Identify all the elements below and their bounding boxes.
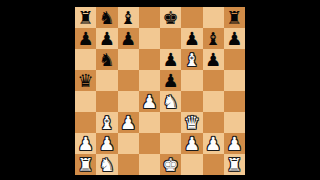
square-h4[interactable]	[224, 91, 245, 112]
square-b5[interactable]	[96, 70, 117, 91]
chess-board: ♜♞♝♚♜♟♟♟♟♝♟♞♟♝♟♛♟♟♞♝♟♛♟♟♟♟♟♜♞♚♜	[75, 7, 245, 175]
piece-black-pawn[interactable]: ♟	[120, 29, 136, 47]
square-h2[interactable]: ♟	[224, 133, 245, 154]
square-d2[interactable]	[139, 133, 160, 154]
piece-white-knight[interactable]: ♞	[99, 155, 115, 173]
square-b3[interactable]: ♝	[96, 112, 117, 133]
square-f8[interactable]	[181, 7, 202, 28]
square-a4[interactable]	[75, 91, 96, 112]
square-h7[interactable]: ♟	[224, 28, 245, 49]
piece-black-queen[interactable]: ♛	[78, 71, 94, 89]
piece-white-bishop[interactable]: ♝	[99, 113, 115, 131]
piece-black-pawn[interactable]: ♟	[99, 29, 115, 47]
square-d5[interactable]	[139, 70, 160, 91]
square-c8[interactable]: ♝	[118, 7, 139, 28]
piece-black-pawn[interactable]: ♟	[78, 29, 94, 47]
square-a3[interactable]	[75, 112, 96, 133]
square-e2[interactable]	[160, 133, 181, 154]
square-d3[interactable]	[139, 112, 160, 133]
piece-black-pawn[interactable]: ♟	[163, 50, 179, 68]
piece-black-rook[interactable]: ♜	[226, 8, 242, 26]
square-h1[interactable]: ♜	[224, 154, 245, 175]
piece-black-pawn[interactable]: ♟	[184, 29, 200, 47]
square-g1[interactable]	[203, 154, 224, 175]
square-f5[interactable]	[181, 70, 202, 91]
square-e3[interactable]	[160, 112, 181, 133]
piece-white-rook[interactable]: ♜	[226, 155, 242, 173]
square-c6[interactable]	[118, 49, 139, 70]
square-b6[interactable]: ♞	[96, 49, 117, 70]
square-g2[interactable]: ♟	[203, 133, 224, 154]
square-h8[interactable]: ♜	[224, 7, 245, 28]
square-f3[interactable]: ♛	[181, 112, 202, 133]
square-h5[interactable]	[224, 70, 245, 91]
square-a7[interactable]: ♟	[75, 28, 96, 49]
square-d7[interactable]	[139, 28, 160, 49]
square-f1[interactable]	[181, 154, 202, 175]
piece-white-bishop[interactable]: ♝	[184, 50, 200, 68]
chess-diagram: ♜♞♝♚♜♟♟♟♟♝♟♞♟♝♟♛♟♟♞♝♟♛♟♟♟♟♟♜♞♚♜	[0, 0, 320, 180]
piece-black-bishop[interactable]: ♝	[205, 29, 221, 47]
square-f4[interactable]	[181, 91, 202, 112]
square-e7[interactable]	[160, 28, 181, 49]
square-h6[interactable]	[224, 49, 245, 70]
piece-white-pawn[interactable]: ♟	[78, 134, 94, 152]
square-b2[interactable]: ♟	[96, 133, 117, 154]
square-e8[interactable]: ♚	[160, 7, 181, 28]
square-a1[interactable]: ♜	[75, 154, 96, 175]
square-e6[interactable]: ♟	[160, 49, 181, 70]
piece-black-king[interactable]: ♚	[163, 8, 179, 26]
square-b4[interactable]	[96, 91, 117, 112]
square-a2[interactable]: ♟	[75, 133, 96, 154]
square-a5[interactable]: ♛	[75, 70, 96, 91]
square-b1[interactable]: ♞	[96, 154, 117, 175]
square-c7[interactable]: ♟	[118, 28, 139, 49]
square-a8[interactable]: ♜	[75, 7, 96, 28]
square-f6[interactable]: ♝	[181, 49, 202, 70]
piece-white-pawn[interactable]: ♟	[141, 92, 157, 110]
square-c4[interactable]	[118, 91, 139, 112]
square-d1[interactable]	[139, 154, 160, 175]
square-g5[interactable]	[203, 70, 224, 91]
square-g4[interactable]	[203, 91, 224, 112]
piece-white-pawn[interactable]: ♟	[184, 134, 200, 152]
piece-white-rook[interactable]: ♜	[78, 155, 94, 173]
square-f2[interactable]: ♟	[181, 133, 202, 154]
square-e4[interactable]: ♞	[160, 91, 181, 112]
square-g6[interactable]: ♟	[203, 49, 224, 70]
piece-white-pawn[interactable]: ♟	[120, 113, 136, 131]
piece-white-pawn[interactable]: ♟	[205, 134, 221, 152]
square-d8[interactable]	[139, 7, 160, 28]
piece-black-knight[interactable]: ♞	[99, 8, 115, 26]
piece-white-pawn[interactable]: ♟	[99, 134, 115, 152]
square-h3[interactable]	[224, 112, 245, 133]
piece-black-pawn[interactable]: ♟	[226, 29, 242, 47]
square-d4[interactable]: ♟	[139, 91, 160, 112]
piece-white-knight[interactable]: ♞	[163, 92, 179, 110]
piece-black-knight[interactable]: ♞	[99, 50, 115, 68]
square-c1[interactable]	[118, 154, 139, 175]
square-c5[interactable]	[118, 70, 139, 91]
piece-white-king[interactable]: ♚	[163, 155, 179, 173]
square-b7[interactable]: ♟	[96, 28, 117, 49]
square-a6[interactable]	[75, 49, 96, 70]
piece-white-queen[interactable]: ♛	[184, 113, 200, 131]
piece-black-bishop[interactable]: ♝	[120, 8, 136, 26]
square-c2[interactable]	[118, 133, 139, 154]
square-g8[interactable]	[203, 7, 224, 28]
square-e5[interactable]: ♟	[160, 70, 181, 91]
piece-white-pawn[interactable]: ♟	[226, 134, 242, 152]
piece-black-pawn[interactable]: ♟	[205, 50, 221, 68]
square-f7[interactable]: ♟	[181, 28, 202, 49]
square-c3[interactable]: ♟	[118, 112, 139, 133]
piece-black-rook[interactable]: ♜	[78, 8, 94, 26]
square-d6[interactable]	[139, 49, 160, 70]
square-b8[interactable]: ♞	[96, 7, 117, 28]
square-g3[interactable]	[203, 112, 224, 133]
square-e1[interactable]: ♚	[160, 154, 181, 175]
piece-black-pawn[interactable]: ♟	[163, 71, 179, 89]
square-g7[interactable]: ♝	[203, 28, 224, 49]
